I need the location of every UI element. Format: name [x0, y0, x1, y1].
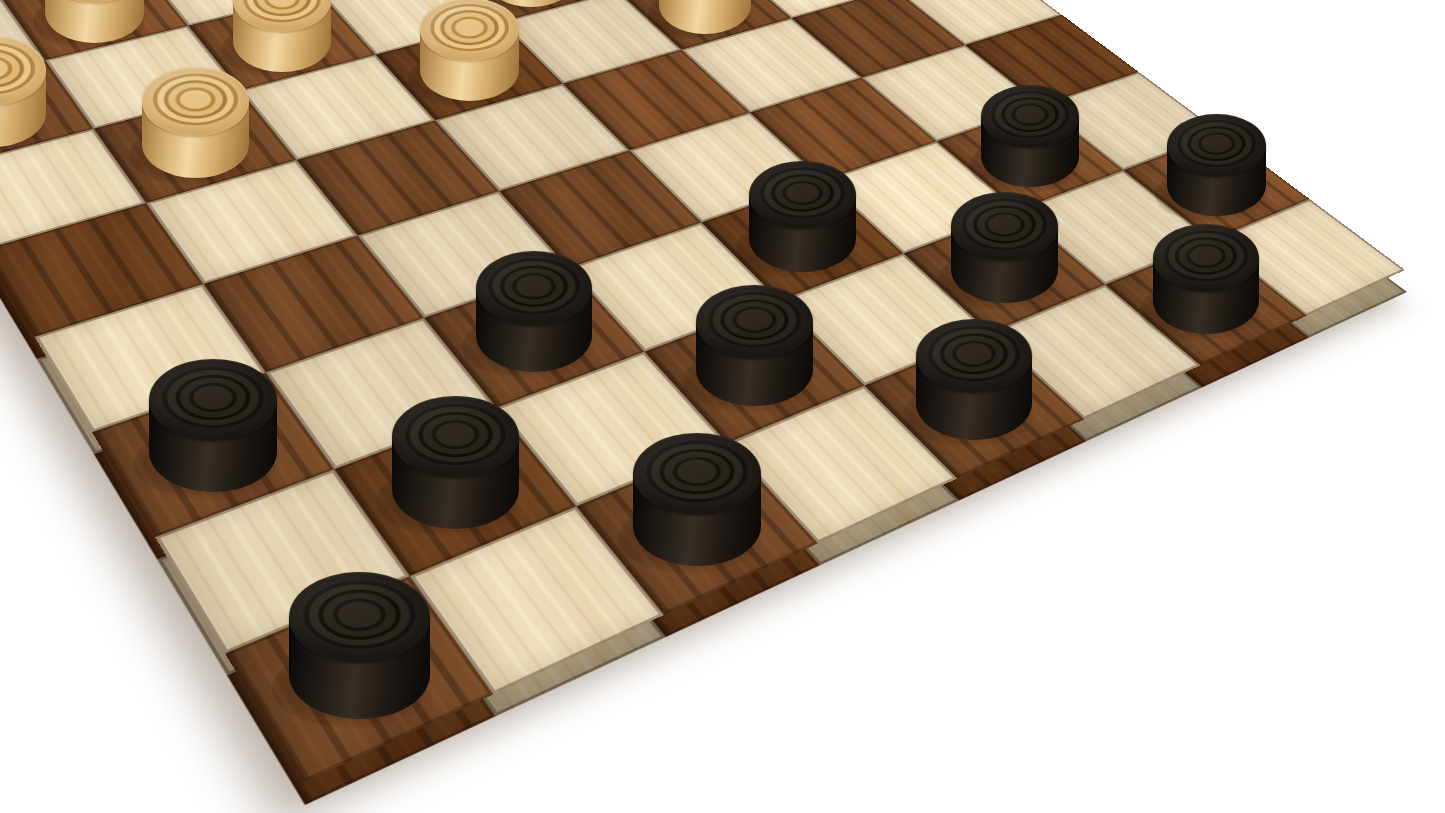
white-checker[interactable] [233, 0, 332, 72]
piece-top [981, 85, 1079, 148]
piece-top [149, 359, 277, 441]
black-checker[interactable] [951, 192, 1058, 303]
piece-top [749, 161, 856, 229]
black-checker[interactable] [1167, 114, 1265, 216]
black-checker[interactable] [392, 396, 520, 529]
black-checker[interactable] [696, 285, 812, 406]
piece-top [420, 0, 519, 61]
piece-top [142, 67, 249, 135]
piece-top [633, 433, 760, 515]
piece-top [392, 396, 520, 478]
piece-top [951, 192, 1058, 260]
white-checker[interactable] [659, 0, 751, 34]
black-checker[interactable] [149, 359, 277, 492]
black-checker[interactable] [633, 433, 760, 566]
piece-top [696, 285, 812, 359]
black-checker[interactable] [749, 161, 856, 272]
piece-top [476, 251, 592, 325]
black-checker[interactable] [289, 572, 430, 719]
white-checker[interactable] [0, 36, 46, 147]
photo-scene [0, 0, 1445, 813]
white-checker[interactable] [420, 0, 519, 101]
piece-top [1167, 114, 1265, 177]
black-checker[interactable] [1153, 224, 1259, 335]
black-checker[interactable] [981, 85, 1079, 187]
piece-top [1153, 224, 1259, 292]
black-checker[interactable] [476, 251, 592, 372]
white-checker[interactable] [45, 0, 144, 43]
piece-top [916, 319, 1032, 393]
black-checker[interactable] [916, 319, 1032, 440]
piece-top [289, 572, 430, 663]
white-checker[interactable] [142, 67, 249, 178]
